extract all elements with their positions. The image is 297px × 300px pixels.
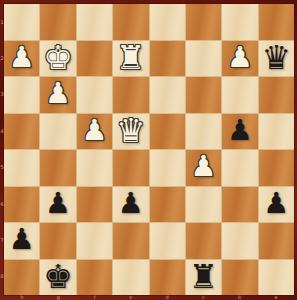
piece-black-king[interactable]: ♚ — [43, 260, 73, 293]
square-g8[interactable]: ♚ — [40, 260, 75, 296]
file-label-a: a — [258, 295, 294, 300]
square-e8[interactable] — [113, 260, 148, 296]
square-a1[interactable] — [259, 4, 294, 40]
rank-label-7: 7 — [0, 222, 4, 258]
square-f2[interactable] — [77, 41, 112, 77]
square-a8[interactable] — [259, 260, 294, 296]
square-g6[interactable]: ♟ — [40, 187, 75, 223]
square-h2[interactable]: ♟ — [4, 41, 39, 77]
rank-label-5: 5 — [0, 150, 4, 186]
piece-black-pawn[interactable]: ♟ — [263, 189, 289, 218]
piece-white-king[interactable]: ♚ — [43, 41, 73, 74]
square-f7[interactable] — [77, 223, 112, 259]
square-b6[interactable] — [222, 187, 257, 223]
square-c3[interactable] — [186, 77, 221, 113]
file-label-c: c — [185, 295, 221, 300]
piece-white-pawn[interactable]: ♟ — [227, 43, 253, 72]
piece-white-rook[interactable]: ♜ — [116, 41, 146, 74]
square-b5[interactable] — [222, 150, 257, 186]
square-h6[interactable] — [4, 187, 39, 223]
board-frame: ♟♚♜♟♛♟♟♛♟♟♟♟♟♟♚♜ 12345678 hgfedcba — [0, 0, 297, 300]
square-c7[interactable] — [186, 223, 221, 259]
square-e6[interactable]: ♟ — [113, 187, 148, 223]
square-d4[interactable] — [150, 114, 185, 150]
square-g2[interactable]: ♚ — [40, 41, 75, 77]
square-c4[interactable] — [186, 114, 221, 150]
piece-black-pawn[interactable]: ♟ — [118, 189, 144, 218]
square-g7[interactable] — [40, 223, 75, 259]
square-b3[interactable] — [222, 77, 257, 113]
square-c6[interactable] — [186, 187, 221, 223]
square-a6[interactable]: ♟ — [259, 187, 294, 223]
square-f6[interactable] — [77, 187, 112, 223]
file-label-f: f — [77, 295, 113, 300]
square-d1[interactable] — [150, 4, 185, 40]
square-b7[interactable] — [222, 223, 257, 259]
square-c2[interactable] — [186, 41, 221, 77]
square-g1[interactable] — [40, 4, 75, 40]
square-c1[interactable] — [186, 4, 221, 40]
square-d8[interactable] — [150, 260, 185, 296]
rank-label-4: 4 — [0, 113, 4, 149]
square-a2[interactable]: ♛ — [259, 41, 294, 77]
piece-white-pawn[interactable]: ♟ — [45, 79, 71, 108]
square-e3[interactable] — [113, 77, 148, 113]
file-label-e: e — [113, 295, 149, 300]
square-h8[interactable] — [4, 260, 39, 296]
square-b1[interactable] — [222, 4, 257, 40]
square-e2[interactable]: ♜ — [113, 41, 148, 77]
square-g4[interactable] — [40, 114, 75, 150]
rank-label-8: 8 — [0, 259, 4, 295]
square-b8[interactable] — [222, 260, 257, 296]
square-d7[interactable] — [150, 223, 185, 259]
piece-white-queen[interactable]: ♛ — [116, 114, 146, 147]
square-d5[interactable] — [150, 150, 185, 186]
file-label-h: h — [4, 295, 40, 300]
square-g3[interactable]: ♟ — [40, 77, 75, 113]
square-c8[interactable]: ♜ — [186, 260, 221, 296]
piece-black-rook[interactable]: ♜ — [189, 260, 219, 293]
square-c5[interactable]: ♟ — [186, 150, 221, 186]
square-h5[interactable] — [4, 150, 39, 186]
piece-black-pawn[interactable]: ♟ — [45, 189, 71, 218]
rank-label-3: 3 — [0, 77, 4, 113]
piece-white-pawn[interactable]: ♟ — [9, 43, 35, 72]
rank-label-6: 6 — [0, 186, 4, 222]
file-label-b: b — [222, 295, 258, 300]
rank-label-1: 1 — [0, 4, 4, 40]
board-grid: ♟♚♜♟♛♟♟♛♟♟♟♟♟♟♚♜ — [4, 4, 294, 295]
square-a4[interactable] — [259, 114, 294, 150]
piece-black-pawn[interactable]: ♟ — [227, 116, 253, 145]
square-f4[interactable]: ♟ — [77, 114, 112, 150]
square-f1[interactable] — [77, 4, 112, 40]
square-h1[interactable] — [4, 4, 39, 40]
square-f8[interactable] — [77, 260, 112, 296]
square-f5[interactable] — [77, 150, 112, 186]
file-label-g: g — [40, 295, 76, 300]
file-label-d: d — [149, 295, 185, 300]
piece-white-pawn[interactable]: ♟ — [191, 152, 217, 181]
piece-white-pawn[interactable]: ♟ — [81, 116, 107, 145]
square-h3[interactable] — [4, 77, 39, 113]
square-a3[interactable] — [259, 77, 294, 113]
square-a5[interactable] — [259, 150, 294, 186]
piece-black-queen[interactable]: ♛ — [262, 41, 292, 74]
square-b2[interactable]: ♟ — [222, 41, 257, 77]
piece-black-pawn[interactable]: ♟ — [9, 225, 35, 254]
square-a7[interactable] — [259, 223, 294, 259]
square-h4[interactable] — [4, 114, 39, 150]
square-e1[interactable] — [113, 4, 148, 40]
square-f3[interactable] — [77, 77, 112, 113]
square-d3[interactable] — [150, 77, 185, 113]
square-e4[interactable]: ♛ — [113, 114, 148, 150]
square-b4[interactable]: ♟ — [222, 114, 257, 150]
square-g5[interactable] — [40, 150, 75, 186]
square-e7[interactable] — [113, 223, 148, 259]
square-d6[interactable] — [150, 187, 185, 223]
square-d2[interactable] — [150, 41, 185, 77]
square-h7[interactable]: ♟ — [4, 223, 39, 259]
rank-label-2: 2 — [0, 40, 4, 76]
square-e5[interactable] — [113, 150, 148, 186]
